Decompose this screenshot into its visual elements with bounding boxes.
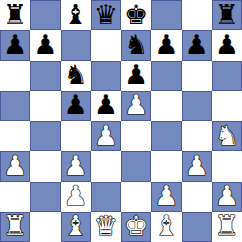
square-g7[interactable]: ♟ [182,30,212,60]
square-h3[interactable] [212,151,242,181]
square-h1[interactable]: ♜ [212,212,242,242]
square-b7[interactable]: ♟ [30,30,60,60]
square-a7[interactable]: ♟ [0,30,30,60]
square-f3[interactable] [151,151,181,181]
square-d2[interactable] [91,182,121,212]
square-d8[interactable]: ♛ [91,0,121,30]
square-g5[interactable] [182,91,212,121]
piece-white-bishop[interactable]: ♝ [64,212,88,239]
piece-black-rook[interactable]: ♜ [215,1,239,28]
square-d6[interactable] [91,61,121,91]
piece-white-queen[interactable]: ♛ [94,212,118,239]
square-f2[interactable]: ♟ [151,182,181,212]
square-e1[interactable]: ♚ [121,212,151,242]
piece-black-pawn[interactable]: ♟ [94,91,118,118]
square-e4[interactable] [121,121,151,151]
square-h8[interactable]: ♜ [212,0,242,30]
square-b4[interactable] [30,121,60,151]
square-a8[interactable]: ♜ [0,0,30,30]
square-e8[interactable]: ♚ [121,0,151,30]
square-e7[interactable]: ♞ [121,30,151,60]
square-a3[interactable]: ♟ [0,151,30,181]
piece-white-king[interactable]: ♚ [124,212,148,239]
square-b8[interactable] [30,0,60,30]
piece-black-pawn[interactable]: ♟ [185,31,209,58]
square-g1[interactable] [182,212,212,242]
square-c4[interactable] [61,121,91,151]
piece-white-pawn[interactable]: ♟ [94,122,118,149]
square-d4[interactable]: ♟ [91,121,121,151]
piece-white-pawn[interactable]: ♟ [3,152,27,179]
piece-black-rook[interactable]: ♜ [3,1,27,28]
piece-black-knight[interactable]: ♞ [64,61,88,88]
square-c3[interactable]: ♟ [61,151,91,181]
piece-white-pawn[interactable]: ♟ [124,91,148,118]
square-e2[interactable] [121,182,151,212]
piece-white-bishop[interactable]: ♝ [154,212,178,239]
piece-black-king[interactable]: ♚ [124,1,148,28]
square-b5[interactable] [30,91,60,121]
square-c7[interactable] [61,30,91,60]
piece-black-bishop[interactable]: ♝ [64,1,88,28]
piece-black-pawn[interactable]: ♟ [33,31,57,58]
square-g8[interactable] [182,0,212,30]
square-h7[interactable]: ♟ [212,30,242,60]
piece-black-pawn[interactable]: ♟ [154,31,178,58]
square-g2[interactable] [182,182,212,212]
square-c5[interactable]: ♟ [61,91,91,121]
square-c8[interactable]: ♝ [61,0,91,30]
square-a1[interactable]: ♜ [0,212,30,242]
square-e3[interactable] [121,151,151,181]
piece-white-rook[interactable]: ♜ [3,212,27,239]
chess-board: ♜♝♛♚♜♟♟♞♟♟♟♞♟♟♟♟♟♞♟♟♟♟♟♟♜♝♛♚♝♜ [0,0,242,242]
square-h5[interactable] [212,91,242,121]
square-a4[interactable] [0,121,30,151]
square-f8[interactable] [151,0,181,30]
square-c1[interactable]: ♝ [61,212,91,242]
piece-white-pawn[interactable]: ♟ [64,182,88,209]
piece-black-pawn[interactable]: ♟ [124,61,148,88]
square-f6[interactable] [151,61,181,91]
piece-black-knight[interactable]: ♞ [124,31,148,58]
square-d7[interactable] [91,30,121,60]
square-a6[interactable] [0,61,30,91]
piece-white-knight[interactable]: ♞ [215,122,239,149]
piece-white-pawn[interactable]: ♟ [154,182,178,209]
square-h6[interactable] [212,61,242,91]
square-b6[interactable] [30,61,60,91]
square-g4[interactable] [182,121,212,151]
square-d1[interactable]: ♛ [91,212,121,242]
square-f5[interactable] [151,91,181,121]
piece-white-pawn[interactable]: ♟ [185,152,209,179]
square-c6[interactable]: ♞ [61,61,91,91]
square-e5[interactable]: ♟ [121,91,151,121]
square-b1[interactable] [30,212,60,242]
square-a2[interactable] [0,182,30,212]
square-c2[interactable]: ♟ [61,182,91,212]
piece-black-queen[interactable]: ♛ [94,1,118,28]
square-g6[interactable] [182,61,212,91]
square-d5[interactable]: ♟ [91,91,121,121]
square-g3[interactable]: ♟ [182,151,212,181]
square-e6[interactable]: ♟ [121,61,151,91]
piece-black-pawn[interactable]: ♟ [64,91,88,118]
square-f7[interactable]: ♟ [151,30,181,60]
square-h2[interactable]: ♟ [212,182,242,212]
square-b2[interactable] [30,182,60,212]
piece-black-pawn[interactable]: ♟ [215,31,239,58]
piece-white-rook[interactable]: ♜ [215,212,239,239]
square-f4[interactable] [151,121,181,151]
piece-black-pawn[interactable]: ♟ [3,31,27,58]
square-d3[interactable] [91,151,121,181]
piece-white-pawn[interactable]: ♟ [64,152,88,179]
square-h4[interactable]: ♞ [212,121,242,151]
square-f1[interactable]: ♝ [151,212,181,242]
piece-white-pawn[interactable]: ♟ [215,182,239,209]
square-b3[interactable] [30,151,60,181]
square-a5[interactable] [0,91,30,121]
